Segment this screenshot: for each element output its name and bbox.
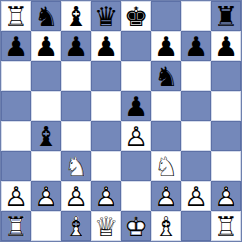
black-pawn: ♟ — [181, 31, 211, 61]
square-d3[interactable] — [91, 151, 121, 181]
square-h4[interactable] — [211, 121, 241, 151]
square-f3[interactable]: ♞♘ — [151, 151, 181, 181]
square-d8[interactable]: ♛ — [91, 1, 121, 31]
square-f4[interactable] — [151, 121, 181, 151]
square-g2[interactable]: ♟♙ — [181, 181, 211, 211]
square-a2[interactable]: ♟♙ — [1, 181, 31, 211]
black-pawn: ♟ — [121, 91, 151, 121]
square-h8[interactable]: ♜ — [211, 1, 241, 31]
white-pawn: ♟♙ — [1, 181, 31, 211]
square-a5[interactable] — [1, 91, 31, 121]
square-f1[interactable]: ♝♗ — [151, 211, 181, 241]
square-e6[interactable] — [121, 61, 151, 91]
square-a6[interactable] — [1, 61, 31, 91]
black-king: ♚ — [121, 1, 151, 31]
square-c1[interactable]: ♝♗ — [61, 211, 91, 241]
square-b6[interactable] — [31, 61, 61, 91]
square-h6[interactable] — [211, 61, 241, 91]
square-e8[interactable]: ♚ — [121, 1, 151, 31]
square-b4[interactable]: ♝ — [31, 121, 61, 151]
square-c2[interactable]: ♟♙ — [61, 181, 91, 211]
black-bishop: ♝ — [31, 121, 61, 151]
square-e4[interactable]: ♟♙ — [121, 121, 151, 151]
square-e3[interactable] — [121, 151, 151, 181]
square-g1[interactable] — [181, 211, 211, 241]
square-d7[interactable]: ♟ — [91, 31, 121, 61]
square-c5[interactable] — [61, 91, 91, 121]
white-pawn: ♟♙ — [121, 121, 151, 151]
square-c8[interactable]: ♝ — [61, 1, 91, 31]
square-g7[interactable]: ♟ — [181, 31, 211, 61]
square-g4[interactable] — [181, 121, 211, 151]
white-king: ♚♔ — [121, 211, 151, 241]
square-d5[interactable] — [91, 91, 121, 121]
white-knight: ♞♘ — [61, 151, 91, 181]
square-c6[interactable] — [61, 61, 91, 91]
square-d2[interactable]: ♟♙ — [91, 181, 121, 211]
square-g5[interactable] — [181, 91, 211, 121]
white-pawn: ♟♙ — [61, 181, 91, 211]
square-h7[interactable]: ♟ — [211, 31, 241, 61]
white-pawn: ♟♙ — [151, 181, 181, 211]
square-c4[interactable] — [61, 121, 91, 151]
square-c3[interactable]: ♞♘ — [61, 151, 91, 181]
square-f5[interactable] — [151, 91, 181, 121]
white-rook: ♜♖ — [1, 1, 31, 31]
square-b7[interactable]: ♟ — [31, 31, 61, 61]
white-queen: ♛♕ — [91, 211, 121, 241]
square-d6[interactable] — [91, 61, 121, 91]
black-knight: ♞ — [151, 61, 181, 91]
square-e7[interactable] — [121, 31, 151, 61]
square-a7[interactable]: ♟ — [1, 31, 31, 61]
black-rook: ♜ — [211, 1, 241, 31]
square-e1[interactable]: ♚♔ — [121, 211, 151, 241]
white-bishop: ♝♗ — [151, 211, 181, 241]
square-a3[interactable] — [1, 151, 31, 181]
white-pawn: ♟♙ — [91, 181, 121, 211]
square-a1[interactable]: ♜♖ — [1, 211, 31, 241]
square-b2[interactable]: ♟♙ — [31, 181, 61, 211]
black-queen: ♛ — [91, 1, 121, 31]
square-h1[interactable]: ♜♖ — [211, 211, 241, 241]
square-b3[interactable] — [31, 151, 61, 181]
square-b5[interactable] — [31, 91, 61, 121]
white-rook: ♜♖ — [1, 211, 31, 241]
black-pawn: ♟ — [151, 31, 181, 61]
black-knight: ♞ — [31, 1, 61, 31]
square-g6[interactable] — [181, 61, 211, 91]
square-h2[interactable]: ♟♙ — [211, 181, 241, 211]
square-a4[interactable] — [1, 121, 31, 151]
square-h5[interactable] — [211, 91, 241, 121]
white-bishop: ♝♗ — [61, 211, 91, 241]
square-d1[interactable]: ♛♕ — [91, 211, 121, 241]
white-pawn: ♟♙ — [211, 181, 241, 211]
black-pawn: ♟ — [31, 31, 61, 61]
square-g8[interactable] — [181, 1, 211, 31]
square-f7[interactable]: ♟ — [151, 31, 181, 61]
square-b8[interactable]: ♞ — [31, 1, 61, 31]
square-h3[interactable] — [211, 151, 241, 181]
square-e2[interactable] — [121, 181, 151, 211]
black-pawn: ♟ — [61, 31, 91, 61]
square-f8[interactable] — [151, 1, 181, 31]
white-pawn: ♟♙ — [31, 181, 61, 211]
square-d4[interactable] — [91, 121, 121, 151]
white-rook: ♜♖ — [211, 211, 241, 241]
black-pawn: ♟ — [211, 31, 241, 61]
square-b1[interactable] — [31, 211, 61, 241]
square-g3[interactable] — [181, 151, 211, 181]
square-f6[interactable]: ♞ — [151, 61, 181, 91]
white-knight: ♞♘ — [151, 151, 181, 181]
black-pawn: ♟ — [91, 31, 121, 61]
square-f2[interactable]: ♟♙ — [151, 181, 181, 211]
square-c7[interactable]: ♟ — [61, 31, 91, 61]
square-a8[interactable]: ♜♖ — [1, 1, 31, 31]
square-e5[interactable]: ♟ — [121, 91, 151, 121]
white-pawn: ♟♙ — [181, 181, 211, 211]
black-bishop: ♝ — [61, 1, 91, 31]
chess-board: ♜♖♞♝♛♚♜♟♟♟♟♟♟♟♞♟♝♟♙♞♘♞♘♟♙♟♙♟♙♟♙♟♙♟♙♟♙♜♖♝… — [0, 0, 242, 242]
black-pawn: ♟ — [1, 31, 31, 61]
